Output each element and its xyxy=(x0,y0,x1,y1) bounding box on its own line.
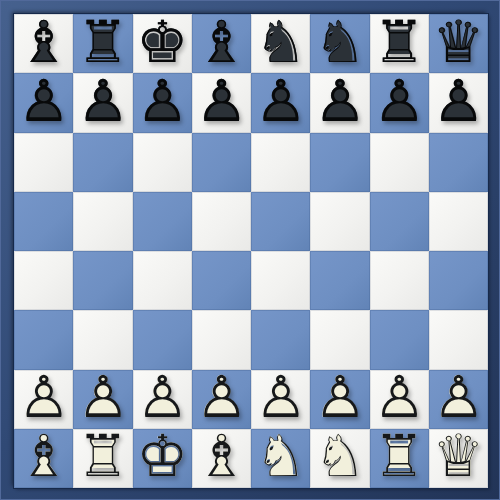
square-g1[interactable]: ♜♖ xyxy=(370,429,429,488)
piece-white-pawn[interactable]: ♟♙ xyxy=(310,370,369,429)
square-b8[interactable]: ♜♖ xyxy=(73,14,132,73)
piece-glyph-outline: ♙ xyxy=(373,72,425,130)
square-d7[interactable]: ♟♙ xyxy=(192,73,251,132)
piece-black-pawn[interactable]: ♟♙ xyxy=(73,73,132,132)
piece-glyph-outline: ♙ xyxy=(255,368,307,426)
piece-white-pawn[interactable]: ♟♙ xyxy=(133,370,192,429)
square-g2[interactable]: ♟♙ xyxy=(370,370,429,429)
square-h7[interactable]: ♟♙ xyxy=(429,73,488,132)
square-c7[interactable]: ♟♙ xyxy=(133,73,192,132)
square-b1[interactable]: ♜♖ xyxy=(73,429,132,488)
piece-glyph-outline: ♙ xyxy=(77,368,129,426)
piece-glyph-outline: ♖ xyxy=(373,13,425,71)
piece-black-bishop[interactable]: ♝♗ xyxy=(14,14,73,73)
piece-glyph-outline: ♙ xyxy=(77,72,129,130)
piece-black-king[interactable]: ♚♔ xyxy=(133,14,192,73)
piece-glyph-outline: ♙ xyxy=(18,72,70,130)
piece-glyph-outline: ♖ xyxy=(373,427,425,485)
square-e3[interactable] xyxy=(251,310,310,369)
piece-white-pawn[interactable]: ♟♙ xyxy=(251,370,310,429)
square-b7[interactable]: ♟♙ xyxy=(73,73,132,132)
square-f4[interactable] xyxy=(310,251,369,310)
piece-glyph-outline: ♖ xyxy=(77,13,129,71)
piece-white-pawn[interactable]: ♟♙ xyxy=(429,370,488,429)
square-h3[interactable] xyxy=(429,310,488,369)
piece-white-rook[interactable]: ♜♖ xyxy=(370,429,429,488)
square-e4[interactable] xyxy=(251,251,310,310)
piece-black-pawn[interactable]: ♟♙ xyxy=(133,73,192,132)
square-c2[interactable]: ♟♙ xyxy=(133,370,192,429)
piece-glyph-outline: ♙ xyxy=(432,72,484,130)
piece-glyph-outline: ♘ xyxy=(255,13,307,71)
piece-glyph-outline: ♗ xyxy=(195,13,247,71)
square-c1[interactable]: ♚♔ xyxy=(133,429,192,488)
piece-glyph-outline: ♙ xyxy=(314,368,366,426)
piece-white-knight[interactable]: ♞♘ xyxy=(310,429,369,488)
piece-black-pawn[interactable]: ♟♙ xyxy=(192,73,251,132)
square-f1[interactable]: ♞♘ xyxy=(310,429,369,488)
square-e1[interactable]: ♞♘ xyxy=(251,429,310,488)
piece-glyph-outline: ♗ xyxy=(18,13,70,71)
square-a6[interactable] xyxy=(14,133,73,192)
piece-glyph-outline: ♙ xyxy=(314,72,366,130)
chess-board: ♝♗♜♖♚♔♝♗♞♘♞♘♜♖♛♕♟♙♟♙♟♙♟♙♟♙♟♙♟♙♟♙♟♙♟♙♟♙♟♙… xyxy=(14,14,488,488)
square-h5[interactable] xyxy=(429,192,488,251)
piece-black-queen[interactable]: ♛♕ xyxy=(429,14,488,73)
piece-white-pawn[interactable]: ♟♙ xyxy=(192,370,251,429)
piece-black-knight[interactable]: ♞♘ xyxy=(310,14,369,73)
piece-glyph-outline: ♗ xyxy=(18,427,70,485)
piece-glyph-outline: ♙ xyxy=(136,368,188,426)
square-g6[interactable] xyxy=(370,133,429,192)
square-f6[interactable] xyxy=(310,133,369,192)
piece-glyph-outline: ♘ xyxy=(314,13,366,71)
piece-black-pawn[interactable]: ♟♙ xyxy=(310,73,369,132)
square-d6[interactable] xyxy=(192,133,251,192)
piece-glyph-outline: ♕ xyxy=(432,427,484,485)
piece-white-bishop[interactable]: ♝♗ xyxy=(192,429,251,488)
piece-white-rook[interactable]: ♜♖ xyxy=(73,429,132,488)
square-h8[interactable]: ♛♕ xyxy=(429,14,488,73)
piece-glyph-outline: ♔ xyxy=(136,13,188,71)
square-h1[interactable]: ♛♕ xyxy=(429,429,488,488)
square-g3[interactable] xyxy=(370,310,429,369)
square-f2[interactable]: ♟♙ xyxy=(310,370,369,429)
square-g7[interactable]: ♟♙ xyxy=(370,73,429,132)
square-e2[interactable]: ♟♙ xyxy=(251,370,310,429)
square-a4[interactable] xyxy=(14,251,73,310)
square-g5[interactable] xyxy=(370,192,429,251)
square-e7[interactable]: ♟♙ xyxy=(251,73,310,132)
piece-glyph-outline: ♖ xyxy=(77,427,129,485)
piece-glyph-outline: ♙ xyxy=(373,368,425,426)
square-a2[interactable]: ♟♙ xyxy=(14,370,73,429)
piece-glyph-outline: ♙ xyxy=(195,72,247,130)
piece-white-queen[interactable]: ♛♕ xyxy=(429,429,488,488)
chess-board-frame: ♝♗♜♖♚♔♝♗♞♘♞♘♜♖♛♕♟♙♟♙♟♙♟♙♟♙♟♙♟♙♟♙♟♙♟♙♟♙♟♙… xyxy=(0,0,500,500)
piece-white-pawn[interactable]: ♟♙ xyxy=(370,370,429,429)
piece-white-pawn[interactable]: ♟♙ xyxy=(14,370,73,429)
square-b2[interactable]: ♟♙ xyxy=(73,370,132,429)
square-a5[interactable] xyxy=(14,192,73,251)
square-c8[interactable]: ♚♔ xyxy=(133,14,192,73)
square-h4[interactable] xyxy=(429,251,488,310)
piece-glyph-outline: ♙ xyxy=(136,72,188,130)
square-f3[interactable] xyxy=(310,310,369,369)
piece-glyph-outline: ♙ xyxy=(18,368,70,426)
square-e5[interactable] xyxy=(251,192,310,251)
square-g4[interactable] xyxy=(370,251,429,310)
square-g8[interactable]: ♜♖ xyxy=(370,14,429,73)
square-f7[interactable]: ♟♙ xyxy=(310,73,369,132)
square-d5[interactable] xyxy=(192,192,251,251)
piece-white-knight[interactable]: ♞♘ xyxy=(251,429,310,488)
piece-glyph-outline: ♙ xyxy=(195,368,247,426)
piece-glyph-outline: ♙ xyxy=(432,368,484,426)
piece-glyph-outline: ♔ xyxy=(136,427,188,485)
square-h6[interactable] xyxy=(429,133,488,192)
square-d1[interactable]: ♝♗ xyxy=(192,429,251,488)
square-a7[interactable]: ♟♙ xyxy=(14,73,73,132)
square-a8[interactable]: ♝♗ xyxy=(14,14,73,73)
square-d3[interactable] xyxy=(192,310,251,369)
piece-white-king[interactable]: ♚♔ xyxy=(133,429,192,488)
piece-black-bishop[interactable]: ♝♗ xyxy=(192,14,251,73)
square-b3[interactable] xyxy=(73,310,132,369)
piece-glyph-outline: ♗ xyxy=(195,427,247,485)
piece-glyph-outline: ♙ xyxy=(255,72,307,130)
piece-black-knight[interactable]: ♞♘ xyxy=(251,14,310,73)
square-a1[interactable]: ♝♗ xyxy=(14,429,73,488)
square-h2[interactable]: ♟♙ xyxy=(429,370,488,429)
square-a3[interactable] xyxy=(14,310,73,369)
square-f5[interactable] xyxy=(310,192,369,251)
square-f8[interactable]: ♞♘ xyxy=(310,14,369,73)
piece-black-rook[interactable]: ♜♖ xyxy=(370,14,429,73)
piece-white-bishop[interactable]: ♝♗ xyxy=(14,429,73,488)
piece-white-pawn[interactable]: ♟♙ xyxy=(73,370,132,429)
square-b6[interactable] xyxy=(73,133,132,192)
square-d8[interactable]: ♝♗ xyxy=(192,14,251,73)
piece-black-pawn[interactable]: ♟♙ xyxy=(429,73,488,132)
square-e6[interactable] xyxy=(251,133,310,192)
piece-glyph-outline: ♕ xyxy=(432,13,484,71)
piece-glyph-outline: ♘ xyxy=(314,427,366,485)
square-c3[interactable] xyxy=(133,310,192,369)
square-b4[interactable] xyxy=(73,251,132,310)
piece-black-pawn[interactable]: ♟♙ xyxy=(14,73,73,132)
square-c4[interactable] xyxy=(133,251,192,310)
square-c5[interactable] xyxy=(133,192,192,251)
piece-black-pawn[interactable]: ♟♙ xyxy=(251,73,310,132)
square-b5[interactable] xyxy=(73,192,132,251)
square-e8[interactable]: ♞♘ xyxy=(251,14,310,73)
square-d4[interactable] xyxy=(192,251,251,310)
piece-glyph-outline: ♘ xyxy=(255,427,307,485)
piece-black-rook[interactable]: ♜♖ xyxy=(73,14,132,73)
piece-black-pawn[interactable]: ♟♙ xyxy=(370,73,429,132)
square-d2[interactable]: ♟♙ xyxy=(192,370,251,429)
square-c6[interactable] xyxy=(133,133,192,192)
